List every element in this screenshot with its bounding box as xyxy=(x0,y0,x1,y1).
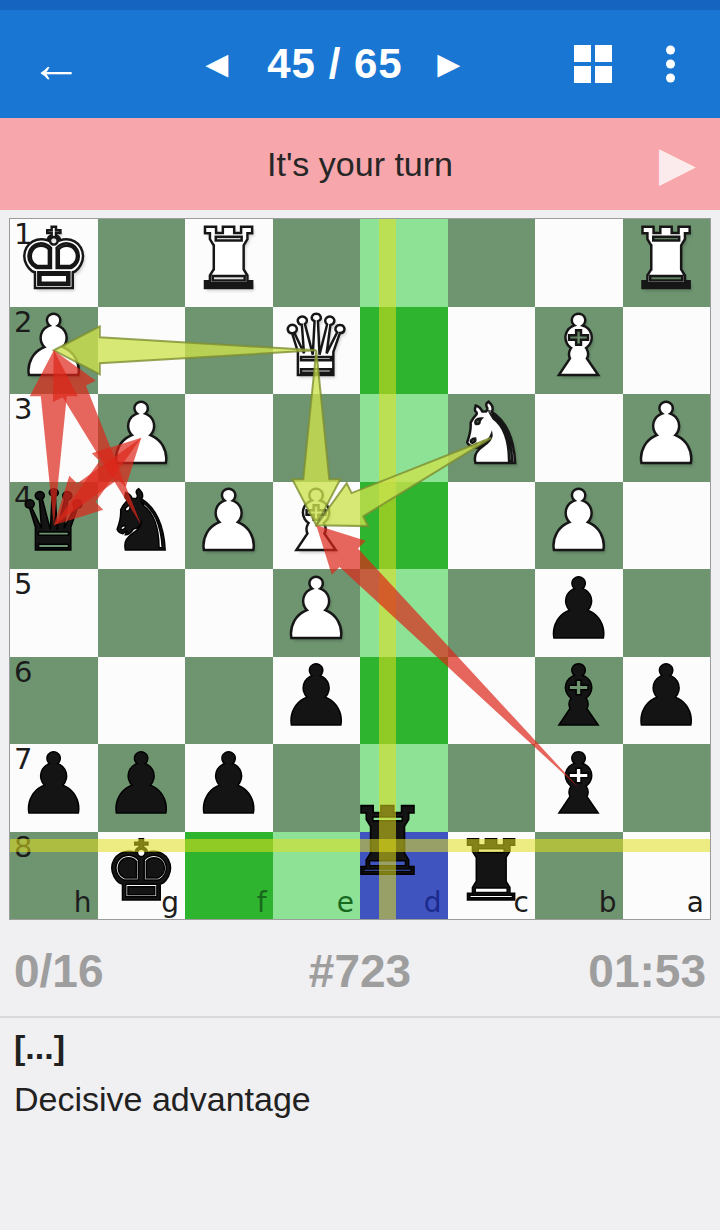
square-b4[interactable]: ♟ xyxy=(535,482,623,570)
file-label-h: h xyxy=(74,886,92,919)
square-d8[interactable]: d♜ xyxy=(360,832,448,920)
piece-bR-d8[interactable]: ♜ xyxy=(339,796,437,894)
chess-board: 1♚♜♜2♟♛♝3♟♞♟4♛♞♟♝♟5♟♟6♟♝♟7♟♟♟♝8hg♚fed♜c♜… xyxy=(9,218,711,920)
square-g6[interactable] xyxy=(98,657,186,745)
square-a5[interactable] xyxy=(623,569,711,657)
piece-bP-h7[interactable]: ♟ xyxy=(10,744,98,832)
piece-wK-h1[interactable]: ♚ xyxy=(10,219,98,307)
square-a1[interactable]: ♜ xyxy=(623,219,711,307)
piece-wB-b2[interactable]: ♝ xyxy=(535,307,623,395)
assessment-text: Decisive advantage xyxy=(14,1080,311,1119)
square-b7[interactable]: ♝ xyxy=(535,744,623,832)
square-g1[interactable] xyxy=(98,219,186,307)
square-c7[interactable] xyxy=(448,744,536,832)
square-f1[interactable]: ♜ xyxy=(185,219,273,307)
square-d6[interactable] xyxy=(360,657,448,745)
square-a8[interactable]: a xyxy=(623,832,711,920)
file-label-f: f xyxy=(257,886,267,919)
square-h7[interactable]: 7♟ xyxy=(10,744,98,832)
square-e3[interactable] xyxy=(273,394,361,482)
square-g3[interactable]: ♟ xyxy=(98,394,186,482)
square-f4[interactable]: ♟ xyxy=(185,482,273,570)
square-e6[interactable]: ♟ xyxy=(273,657,361,745)
square-c4[interactable] xyxy=(448,482,536,570)
board-grid: 1♚♜♜2♟♛♝3♟♞♟4♛♞♟♝♟5♟♟6♟♝♟7♟♟♟♝8hg♚fed♜c♜… xyxy=(10,219,710,919)
rank-label-8: 8 xyxy=(14,830,32,864)
square-c8[interactable]: c♜ xyxy=(448,832,536,920)
piece-wB-e4[interactable]: ♝ xyxy=(273,482,361,570)
play-icon[interactable]: ▶ xyxy=(659,140,696,188)
piece-wP-g3[interactable]: ♟ xyxy=(98,394,186,482)
square-g8[interactable]: g♚ xyxy=(98,832,186,920)
file-label-b: b xyxy=(599,886,617,919)
back-icon[interactable]: ← xyxy=(30,38,82,90)
moves-placeholder: [...] xyxy=(14,1028,65,1067)
piece-wP-b4[interactable]: ♟ xyxy=(535,482,623,570)
square-g2[interactable] xyxy=(98,307,186,395)
square-e4[interactable]: ♝ xyxy=(273,482,361,570)
square-b8[interactable]: b xyxy=(535,832,623,920)
android-status-bar xyxy=(0,0,720,10)
square-f6[interactable] xyxy=(185,657,273,745)
previous-puzzle-icon[interactable]: ◄ xyxy=(198,45,236,83)
piece-wN-c3[interactable]: ♞ xyxy=(448,394,536,482)
square-e1[interactable] xyxy=(273,219,361,307)
square-d4[interactable] xyxy=(360,482,448,570)
square-f7[interactable]: ♟ xyxy=(185,744,273,832)
rank-label-3: 3 xyxy=(14,392,32,426)
rank-label-5: 5 xyxy=(14,567,32,601)
turn-banner: It's your turn ▶ xyxy=(0,118,720,210)
square-b5[interactable]: ♟ xyxy=(535,569,623,657)
piece-wP-e5[interactable]: ♟ xyxy=(273,569,361,657)
square-d5[interactable] xyxy=(360,569,448,657)
square-b6[interactable]: ♝ xyxy=(535,657,623,745)
square-b3[interactable] xyxy=(535,394,623,482)
square-a6[interactable]: ♟ xyxy=(623,657,711,745)
piece-bR-c8[interactable]: ♜ xyxy=(448,832,536,920)
piece-bQ-h4[interactable]: ♛ xyxy=(10,482,98,570)
square-f2[interactable] xyxy=(185,307,273,395)
square-g7[interactable]: ♟ xyxy=(98,744,186,832)
square-h4[interactable]: 4♛ xyxy=(10,482,98,570)
piece-wR-f1[interactable]: ♜ xyxy=(185,219,273,307)
square-e5[interactable]: ♟ xyxy=(273,569,361,657)
square-f3[interactable] xyxy=(185,394,273,482)
square-c2[interactable] xyxy=(448,307,536,395)
kebab-menu-icon[interactable] xyxy=(666,41,675,88)
square-c6[interactable] xyxy=(448,657,536,745)
rank-label-6: 6 xyxy=(14,655,32,689)
square-a7[interactable] xyxy=(623,744,711,832)
next-puzzle-icon[interactable]: ► xyxy=(430,45,468,83)
square-f5[interactable] xyxy=(185,569,273,657)
piece-wP-h2[interactable]: ♟ xyxy=(10,307,98,395)
piece-bP-a6[interactable]: ♟ xyxy=(623,657,711,745)
piece-bP-e6[interactable]: ♟ xyxy=(273,657,361,745)
piece-bN-g4[interactable]: ♞ xyxy=(98,482,186,570)
piece-bB-b6[interactable]: ♝ xyxy=(535,657,623,745)
square-h2[interactable]: 2♟ xyxy=(10,307,98,395)
piece-bK-g8[interactable]: ♚ xyxy=(98,832,186,920)
square-d2[interactable] xyxy=(360,307,448,395)
square-d1[interactable] xyxy=(360,219,448,307)
square-h1[interactable]: 1♚ xyxy=(10,219,98,307)
status-row: 0/16 #723 01:53 xyxy=(0,930,720,1014)
square-h8[interactable]: 8h xyxy=(10,832,98,920)
square-h3[interactable]: 3 xyxy=(10,394,98,482)
square-g4[interactable]: ♞ xyxy=(98,482,186,570)
piece-bB-b7[interactable]: ♝ xyxy=(535,744,623,832)
square-d3[interactable] xyxy=(360,394,448,482)
file-label-a: a xyxy=(687,886,704,919)
square-b2[interactable]: ♝ xyxy=(535,307,623,395)
square-e2[interactable]: ♛ xyxy=(273,307,361,395)
piece-wR-a1[interactable]: ♜ xyxy=(623,219,711,307)
piece-wP-f4[interactable]: ♟ xyxy=(185,482,273,570)
square-h5[interactable]: 5 xyxy=(10,569,98,657)
piece-wP-a3[interactable]: ♟ xyxy=(623,394,711,482)
square-f8[interactable]: f xyxy=(185,832,273,920)
square-c5[interactable] xyxy=(448,569,536,657)
square-a4[interactable] xyxy=(623,482,711,570)
square-c1[interactable] xyxy=(448,219,536,307)
piece-bP-g7[interactable]: ♟ xyxy=(98,744,186,832)
timer: 01:53 xyxy=(588,944,706,998)
piece-bP-b5[interactable]: ♟ xyxy=(535,569,623,657)
turn-banner-text: It's your turn xyxy=(0,145,720,184)
piece-bP-f7[interactable]: ♟ xyxy=(185,744,273,832)
square-h6[interactable]: 6 xyxy=(10,657,98,745)
square-c3[interactable]: ♞ xyxy=(448,394,536,482)
grid-view-icon[interactable] xyxy=(574,45,612,83)
piece-wQ-e2[interactable]: ♛ xyxy=(273,307,361,395)
square-b1[interactable] xyxy=(535,219,623,307)
app-bar: ← ◄ 45 / 65 ► xyxy=(0,10,720,118)
divider xyxy=(0,1016,720,1018)
square-g5[interactable] xyxy=(98,569,186,657)
square-a3[interactable]: ♟ xyxy=(623,394,711,482)
puzzle-counter-title: 45 / 65 xyxy=(250,40,420,88)
square-a2[interactable] xyxy=(623,307,711,395)
